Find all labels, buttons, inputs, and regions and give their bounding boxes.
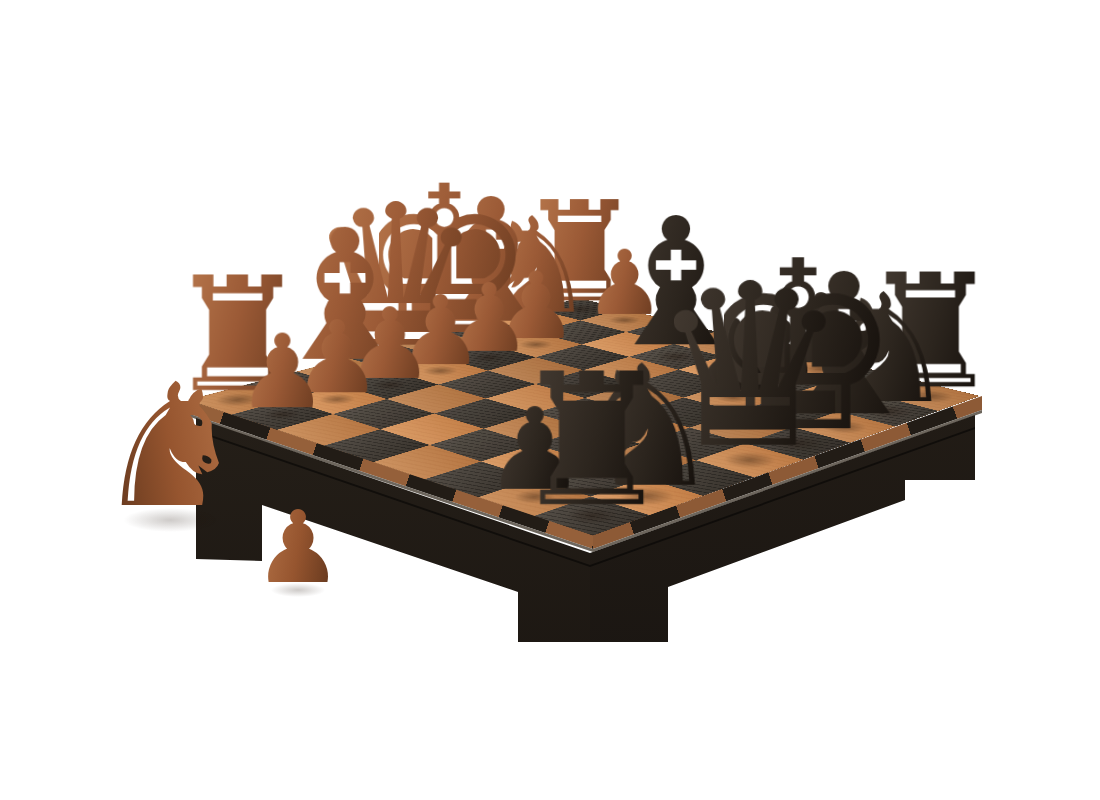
pawn-glyph: ♟: [253, 502, 343, 594]
square-e7: [690, 412, 793, 443]
square-c4: [434, 399, 535, 429]
square-c6: [535, 428, 640, 461]
black-queen-shadow: [699, 444, 800, 476]
square-c5: [484, 413, 587, 444]
black-rook-shadow: [541, 499, 643, 534]
square-a4: [324, 429, 430, 462]
square-f8: [793, 411, 896, 442]
square-b6: [481, 444, 589, 478]
square-a3: [277, 414, 380, 445]
black-bishop-shadow: [800, 414, 888, 441]
white-bishop-c1: ♝: [277, 190, 412, 371]
square-d8: [696, 443, 803, 477]
captured-white-knight: ♞: [85, 354, 255, 524]
black-king-shadow: [745, 427, 850, 460]
square-a8: [535, 496, 650, 535]
square-a7: [479, 479, 591, 516]
square-b8: [591, 478, 703, 515]
square-b5: [430, 429, 535, 462]
square-d6: [587, 412, 690, 443]
square-g8: [838, 396, 939, 426]
black-knight-shadow: [594, 479, 700, 514]
square-b7: [535, 461, 645, 497]
square-f7: [737, 397, 838, 427]
square-b4: [380, 414, 483, 445]
square-e8: [745, 427, 850, 460]
white-rook-h1: ♜: [518, 170, 641, 309]
square-a6: [425, 461, 535, 497]
square-d5: [535, 398, 636, 428]
black-pawn-shadow: [495, 484, 575, 511]
square-b3: [333, 399, 434, 429]
white-queen-d1: ♛: [329, 161, 461, 358]
square-a5: [374, 445, 482, 479]
white-king-e1: ♚: [379, 141, 509, 345]
square-c7: [589, 444, 696, 478]
captured-white-pawn: ♟: [248, 494, 348, 594]
product-photo-stage: ♜♝♛♚♝♞♜♟♟♟♟♟♟♟♜♞♛♚♝♞♜♟♟♟♟♝ ♞♟: [0, 0, 1100, 800]
black-knight-shadow: [841, 397, 936, 425]
white-bishop-f1: ♝: [427, 161, 555, 332]
square-e6: [636, 397, 737, 427]
rook-glyph: ♜: [517, 188, 641, 316]
knight-glyph: ♞: [94, 368, 246, 524]
square-d7: [640, 428, 745, 461]
white-pawn-shadow: [246, 404, 318, 426]
square-c8: [645, 460, 755, 496]
